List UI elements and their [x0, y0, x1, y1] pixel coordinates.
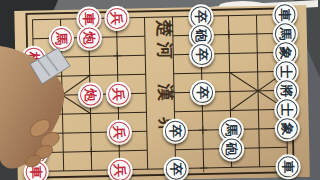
piece-label: 卒: [169, 162, 182, 175]
piece-label: 車: [278, 8, 291, 21]
piece-label: 馬: [54, 31, 67, 44]
piece-label: 砲: [225, 142, 238, 155]
piece-red-horse[interactable]: 馬: [48, 25, 74, 51]
piece-red-soldier[interactable]: 兵: [104, 5, 130, 31]
xiangqi-board: 楚河 漢界 車兵車卒馬炮馬砲相象卒仕士帥炮兵將卒士兵象馬卒馬砲兵車車卒: [0, 0, 320, 180]
piece-label: 兵: [110, 11, 123, 24]
piece-black-cannon[interactable]: 砲: [218, 136, 244, 162]
piece-label: 士: [280, 103, 293, 116]
piece-red-chariot[interactable]: 車: [23, 159, 49, 180]
piece-label: 士: [279, 65, 292, 78]
photo-scene: 楚河 漢界 車兵車卒馬炮馬砲相象卒仕士帥炮兵將卒士兵象馬卒馬砲兵車車卒: [0, 0, 320, 180]
piece-label: 卒: [195, 85, 208, 98]
piece-black-elephant[interactable]: 象: [274, 116, 300, 142]
piece-label: 兵: [111, 87, 124, 100]
piece-label: 砲: [194, 28, 207, 41]
piece-red-cannon[interactable]: 炮: [77, 82, 103, 108]
piece-red-soldier[interactable]: 兵: [107, 157, 133, 180]
piece-red-soldier[interactable]: 兵: [105, 81, 131, 107]
piece-black-soldier[interactable]: 卒: [189, 79, 215, 105]
piece-label: 炮: [83, 88, 96, 101]
piece-black-chariot[interactable]: 車: [275, 154, 301, 180]
piece-label: 卒: [168, 124, 181, 137]
piece-label: 象: [279, 46, 292, 59]
piece-label: 車: [82, 12, 95, 25]
piece-label: 車: [29, 165, 42, 178]
piece-black-soldier[interactable]: 卒: [162, 118, 188, 144]
piece-label: 帥: [27, 89, 40, 102]
piece-label: 象: [280, 122, 293, 135]
piece-label: 仕: [27, 70, 40, 83]
river-label-top: 楚河: [155, 19, 176, 64]
piece-label: 馬: [224, 123, 237, 136]
piece-black-soldier[interactable]: 卒: [163, 156, 189, 180]
piece-label: 相: [27, 51, 40, 64]
piece-label: 馬: [29, 146, 42, 159]
piece-red-general[interactable]: 帥: [21, 83, 47, 109]
piece-label: 馬: [278, 27, 291, 40]
piece-red-soldier[interactable]: 兵: [106, 119, 132, 145]
piece-label: 兵: [112, 125, 125, 138]
piece-label: 將: [279, 84, 292, 97]
board-grid: 楚河 漢界: [0, 0, 320, 180]
piece-red-cannon[interactable]: 炮: [76, 25, 102, 51]
piece-label: 車: [281, 160, 294, 173]
piece-label: 卒: [195, 47, 208, 60]
piece-label: 炮: [82, 31, 95, 44]
piece-black-soldier[interactable]: 卒: [188, 41, 214, 67]
piece-label: 兵: [113, 163, 126, 176]
piece-label: 卒: [194, 10, 207, 23]
